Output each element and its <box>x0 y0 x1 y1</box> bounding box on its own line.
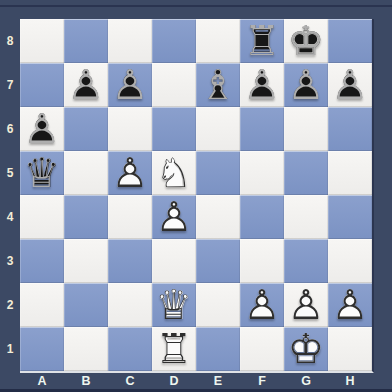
square-b3[interactable] <box>64 239 108 283</box>
square-f8[interactable]: ♜♖ <box>240 19 284 63</box>
knight-glyph-outline: ♘ <box>152 151 196 195</box>
pawn-glyph-outline: ♙ <box>328 63 372 107</box>
square-f2[interactable]: ♟♙ <box>240 283 284 327</box>
square-b5[interactable] <box>64 151 108 195</box>
square-e2[interactable] <box>196 283 240 327</box>
file-label-e: E <box>196 374 240 389</box>
piece-white-pawn[interactable]: ♟♙ <box>152 195 196 239</box>
pawn-glyph-outline: ♙ <box>284 63 328 107</box>
square-h2[interactable]: ♟♙ <box>328 283 372 327</box>
pawn-glyph-outline: ♙ <box>108 63 152 107</box>
square-b7[interactable]: ♟♙ <box>64 63 108 107</box>
piece-black-rook[interactable]: ♜♖ <box>240 19 284 63</box>
square-b2[interactable] <box>64 283 108 327</box>
square-g7[interactable]: ♟♙ <box>284 63 328 107</box>
queen-glyph-outline: ♕ <box>20 151 64 195</box>
piece-black-bishop[interactable]: ♝♗ <box>196 63 240 107</box>
piece-black-pawn[interactable]: ♟♙ <box>20 107 64 151</box>
square-g5[interactable] <box>284 151 328 195</box>
file-label-d: D <box>152 374 196 389</box>
square-a2[interactable] <box>20 283 64 327</box>
square-f3[interactable] <box>240 239 284 283</box>
square-f5[interactable] <box>240 151 284 195</box>
file-label-c: C <box>108 374 152 389</box>
pawn-glyph-outline: ♙ <box>284 283 328 327</box>
square-a8[interactable] <box>20 19 64 63</box>
square-b8[interactable] <box>64 19 108 63</box>
window-frame-top-line <box>0 5 392 7</box>
square-f4[interactable] <box>240 195 284 239</box>
square-f7[interactable]: ♟♙ <box>240 63 284 107</box>
square-d3[interactable] <box>152 239 196 283</box>
bishop-glyph-outline: ♗ <box>196 63 240 107</box>
file-label-b: B <box>64 374 108 389</box>
rook-glyph-outline: ♖ <box>240 19 284 63</box>
square-e7[interactable]: ♝♗ <box>196 63 240 107</box>
square-g8[interactable]: ♚♔ <box>284 19 328 63</box>
piece-white-rook[interactable]: ♜♖ <box>152 327 196 371</box>
square-f1[interactable] <box>240 327 284 371</box>
square-h3[interactable] <box>328 239 372 283</box>
rank-label-5: 5 <box>0 151 20 195</box>
square-c8[interactable] <box>108 19 152 63</box>
rank-label-4: 4 <box>0 195 20 239</box>
square-e5[interactable] <box>196 151 240 195</box>
square-g1[interactable]: ♚♔ <box>284 327 328 371</box>
piece-white-pawn[interactable]: ♟♙ <box>108 151 152 195</box>
piece-black-king[interactable]: ♚♔ <box>284 19 328 63</box>
king-glyph-outline: ♔ <box>284 19 328 63</box>
piece-white-queen[interactable]: ♛♕ <box>152 283 196 327</box>
square-e1[interactable] <box>196 327 240 371</box>
square-e6[interactable] <box>196 107 240 151</box>
rank-label-6: 6 <box>0 107 20 151</box>
piece-white-king[interactable]: ♚♔ <box>284 327 328 371</box>
square-c7[interactable]: ♟♙ <box>108 63 152 107</box>
piece-black-pawn[interactable]: ♟♙ <box>328 63 372 107</box>
piece-white-pawn[interactable]: ♟♙ <box>240 283 284 327</box>
square-a7[interactable] <box>20 63 64 107</box>
square-f6[interactable] <box>240 107 284 151</box>
square-e8[interactable] <box>196 19 240 63</box>
square-a3[interactable] <box>20 239 64 283</box>
square-h1[interactable] <box>328 327 372 371</box>
square-g4[interactable] <box>284 195 328 239</box>
square-c3[interactable] <box>108 239 152 283</box>
square-a4[interactable] <box>20 195 64 239</box>
square-b6[interactable] <box>64 107 108 151</box>
rook-glyph-outline: ♖ <box>152 327 196 371</box>
square-d8[interactable] <box>152 19 196 63</box>
piece-white-knight[interactable]: ♞♘ <box>152 151 196 195</box>
square-d7[interactable] <box>152 63 196 107</box>
square-h6[interactable] <box>328 107 372 151</box>
square-b4[interactable] <box>64 195 108 239</box>
square-c6[interactable] <box>108 107 152 151</box>
pawn-glyph-outline: ♙ <box>64 63 108 107</box>
square-c4[interactable] <box>108 195 152 239</box>
pawn-glyph-outline: ♙ <box>240 283 284 327</box>
rank-label-1: 1 <box>0 327 20 371</box>
square-a6[interactable]: ♟♙ <box>20 107 64 151</box>
square-c2[interactable] <box>108 283 152 327</box>
rank-labels: 87654321 <box>0 19 20 371</box>
queen-glyph-outline: ♕ <box>152 283 196 327</box>
pawn-glyph-outline: ♙ <box>328 283 372 327</box>
piece-black-pawn[interactable]: ♟♙ <box>64 63 108 107</box>
piece-black-pawn[interactable]: ♟♙ <box>284 63 328 107</box>
file-label-h: H <box>328 374 372 389</box>
pawn-glyph-outline: ♙ <box>240 63 284 107</box>
rank-label-2: 2 <box>0 283 20 327</box>
piece-black-pawn[interactable]: ♟♙ <box>240 63 284 107</box>
square-e3[interactable] <box>196 239 240 283</box>
rank-label-3: 3 <box>0 239 20 283</box>
chess-board[interactable]: ♜♖♚♔♟♙♟♙♝♗♟♙♟♙♟♙♟♙♛♕♟♙♞♘♟♙♛♕♟♙♟♙♟♙♜♖♚♔ <box>20 19 374 373</box>
pawn-glyph-outline: ♙ <box>108 151 152 195</box>
file-label-g: G <box>284 374 328 389</box>
rank-label-8: 8 <box>0 19 20 63</box>
square-d2[interactable]: ♛♕ <box>152 283 196 327</box>
square-b1[interactable] <box>64 327 108 371</box>
piece-white-pawn[interactable]: ♟♙ <box>284 283 328 327</box>
square-c1[interactable] <box>108 327 152 371</box>
file-labels: ABCDEFGH <box>20 374 372 389</box>
square-a5[interactable]: ♛♕ <box>20 151 64 195</box>
pawn-glyph-outline: ♙ <box>20 107 64 151</box>
square-d1[interactable]: ♜♖ <box>152 327 196 371</box>
square-g3[interactable] <box>284 239 328 283</box>
square-e4[interactable] <box>196 195 240 239</box>
square-h8[interactable] <box>328 19 372 63</box>
piece-black-queen[interactable]: ♛♕ <box>20 151 64 195</box>
piece-black-pawn[interactable]: ♟♙ <box>108 63 152 107</box>
pawn-glyph-outline: ♙ <box>152 195 196 239</box>
square-d5[interactable]: ♞♘ <box>152 151 196 195</box>
square-d6[interactable] <box>152 107 196 151</box>
rank-label-7: 7 <box>0 63 20 107</box>
piece-white-pawn[interactable]: ♟♙ <box>328 283 372 327</box>
square-c5[interactable]: ♟♙ <box>108 151 152 195</box>
square-d4[interactable]: ♟♙ <box>152 195 196 239</box>
square-g2[interactable]: ♟♙ <box>284 283 328 327</box>
square-a1[interactable] <box>20 327 64 371</box>
square-h7[interactable]: ♟♙ <box>328 63 372 107</box>
file-label-f: F <box>240 374 284 389</box>
square-h4[interactable] <box>328 195 372 239</box>
king-glyph-outline: ♔ <box>284 327 328 371</box>
square-g6[interactable] <box>284 107 328 151</box>
square-h5[interactable] <box>328 151 372 195</box>
file-label-a: A <box>20 374 64 389</box>
